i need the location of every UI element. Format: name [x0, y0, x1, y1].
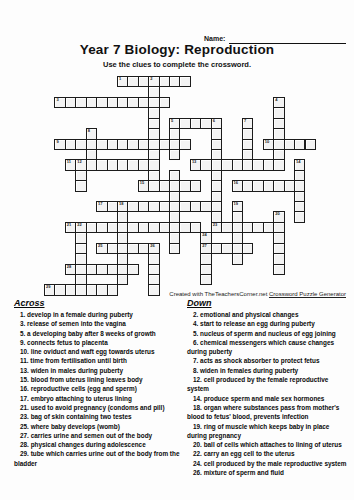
grid-cell[interactable]: [127, 264, 138, 275]
clue-number: 14: [296, 160, 300, 165]
grid-cell[interactable]: [107, 284, 118, 295]
clue-item: 15. blood from uterus lining leaves body: [14, 375, 182, 384]
grid-cell[interactable]: [273, 264, 284, 275]
grid-cell[interactable]: [232, 253, 243, 264]
clue-number: 18: [119, 202, 123, 207]
clue-item: 25. where baby develops (womb): [14, 422, 182, 431]
clue-number: 27: [202, 244, 206, 249]
grid-cell[interactable]: [179, 76, 190, 87]
page-subtitle: Use the clues to complete the crossword.: [0, 60, 354, 69]
grid-cell[interactable]: [117, 274, 128, 285]
clue-number: 17: [98, 202, 102, 207]
page-title: Year 7 Biology: Reproduction: [0, 42, 354, 57]
clue-item: 12. cell produced by the female reproduc…: [187, 375, 348, 394]
clue-item: 10. line oviduct and waft egg towards ut…: [14, 347, 182, 356]
clue-item: 18. organ where substances pass from mot…: [187, 403, 348, 422]
clue-item: 13. widen in males during puberty: [14, 366, 182, 375]
clue-item: 6. chemical messengers which cause chang…: [187, 338, 348, 357]
clue-number: 26: [150, 244, 154, 249]
worksheet-page: Name: Year 7 Biology: Reproduction Use t…: [0, 0, 354, 500]
clue-item: 7. acts as shock absorber to protect fet…: [187, 356, 348, 365]
clue-item: 1. develop in a female during puberty: [14, 310, 182, 319]
grid-cell[interactable]: [200, 274, 211, 285]
clue-number: 4: [275, 98, 277, 103]
crossword-grid: 1234567891011121314151617181920212223242…: [44, 76, 316, 296]
clue-number: 7: [244, 119, 246, 124]
across-heading: Across: [14, 297, 182, 309]
clue-item: 4. start to release an egg during pubert…: [187, 319, 348, 328]
clue-number: 15: [140, 181, 144, 186]
clue-item: 23. bag of skin containing two testes: [14, 412, 182, 421]
clue-number: 20: [275, 212, 279, 217]
grid-cell[interactable]: [169, 243, 180, 254]
clue-number: 19: [234, 202, 238, 207]
clue-number: 1: [119, 77, 121, 82]
clue-number: 21: [67, 223, 71, 228]
clue-number: 5: [171, 119, 173, 124]
name-label: Name:: [204, 35, 225, 42]
clue-item: 2. emotional and physical changes: [187, 310, 348, 319]
clue-number: 29: [46, 285, 50, 290]
across-clue-list: 1. develop in a female during puberty3. …: [14, 310, 182, 468]
grid-cell[interactable]: [75, 180, 86, 191]
clue-item: 27. carries urine and semen out of the b…: [14, 431, 182, 440]
clue-item: 5. a developing baby after 8 weeks of gr…: [14, 329, 182, 338]
clue-number: 12: [77, 160, 81, 165]
clue-item: 5. nucleus of sperm and nucleus of egg j…: [187, 329, 348, 338]
clue-number: 8: [88, 129, 90, 134]
clue-item: 8. widen in females during puberty: [187, 366, 348, 375]
grid-cell[interactable]: [305, 139, 316, 150]
clue-item: 29. tube which carries urine out of the …: [14, 449, 182, 468]
clue-item: 17. embryo attaching to uterus lining: [14, 394, 182, 403]
clue-item: 22. carry an egg cell to the uterus: [187, 449, 348, 458]
down-heading: Down: [187, 297, 348, 309]
clue-number: 9: [56, 140, 58, 145]
clue-number: 28: [67, 265, 71, 270]
clue-number: 3: [56, 98, 58, 103]
clue-number: 23: [213, 223, 217, 228]
down-clues-section: Down 2. emotional and physical changes4.…: [187, 297, 348, 477]
grid-cell[interactable]: [159, 97, 170, 108]
grid-cell[interactable]: [169, 149, 180, 160]
clue-item: 9. connects fetus to placenta: [14, 338, 182, 347]
grid-cell[interactable]: [179, 139, 190, 150]
clue-number: 24: [202, 233, 206, 238]
grid-cell[interactable]: [273, 159, 284, 170]
clue-number: 13: [192, 160, 196, 165]
clue-number: 6: [213, 119, 215, 124]
across-clues-section: Across 1. develop in a female during pub…: [14, 297, 182, 468]
clue-item: 11. time from fertilisation until birth: [14, 356, 182, 365]
clue-number: 11: [67, 160, 71, 165]
clue-item: 14. produce sperm and male sex hormones: [187, 394, 348, 403]
grid-cell[interactable]: [148, 284, 159, 295]
clue-item: 20. ball of cells which attaches to lini…: [187, 440, 348, 449]
grid-cell[interactable]: [190, 180, 201, 191]
grid-cell[interactable]: [294, 211, 305, 222]
clue-number: 2: [150, 77, 152, 82]
grid-cell[interactable]: [242, 243, 253, 254]
clue-number: 10: [265, 140, 269, 145]
clue-item: 16. reproductive cells (egg and sperm): [14, 384, 182, 393]
clue-item: 21. used to avoid pregnancy (condoms and…: [14, 403, 182, 412]
clue-number: 16: [234, 181, 238, 186]
clue-item: 26. mixture of sperm and fluid: [187, 468, 348, 477]
clue-number: 22: [77, 223, 81, 228]
clue-item: 3. release of semen into the vagina: [14, 319, 182, 328]
clue-item: 28. physical changes during adolescence: [14, 440, 182, 449]
clue-item: 24. cell produced by the male reproducti…: [187, 459, 348, 468]
clue-item: 19. ring of muscle which keeps baby in p…: [187, 422, 348, 441]
clue-number: 25: [98, 244, 102, 249]
down-clue-list: 2. emotional and physical changes4. star…: [187, 310, 348, 477]
